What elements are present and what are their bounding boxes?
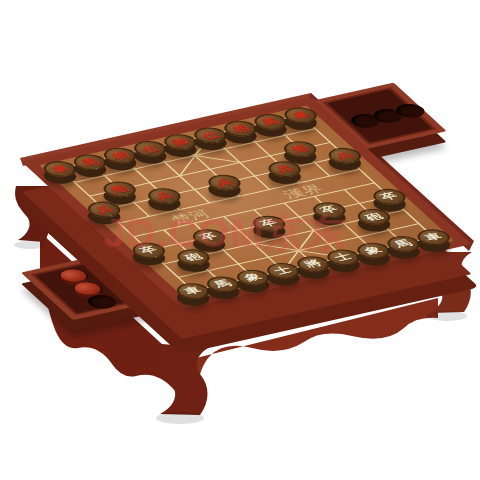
piece-character: 相 [229,123,251,133]
piece-character: 象 [242,272,264,282]
foot-shadow [14,241,46,249]
river-text-right: 漢界 [279,182,326,201]
table-leg-left [15,186,52,242]
piece-character: 車 [49,164,71,174]
piece-character: 車 [182,286,204,296]
piece-character: 兵 [214,178,236,188]
foot-shadow [427,311,467,321]
apron-right-front [196,298,438,392]
piece-character: 炮 [109,184,131,194]
product-photo-scene: 楚河 漢界 車馬相仕帥仕相馬車炮炮兵兵兵兵兵卒卒卒卒卒砲砲車馬象士將士象馬車 J… [0,0,480,480]
foot-shadow [156,412,204,424]
piece-character: 相 [109,150,131,160]
piece-character: 馬 [260,117,282,127]
piece-character: 卒 [378,191,400,201]
piece-character: 兵 [274,164,296,174]
piece-character: 馬 [212,279,234,289]
piece-character: 車 [423,232,445,242]
piece-character: 炮 [289,144,311,154]
piece-character: 兵 [154,191,176,201]
watermark-text: JD.COM京东 [103,206,413,261]
piece-character: 車 [290,110,312,120]
piece-character: 仕 [139,144,161,154]
piece-character: 兵 [334,151,356,161]
piece-character: 士 [272,266,294,276]
piece-character: 馬 [79,157,101,167]
piece-character: 仕 [199,130,221,140]
piece-character: 帥 [169,137,191,147]
